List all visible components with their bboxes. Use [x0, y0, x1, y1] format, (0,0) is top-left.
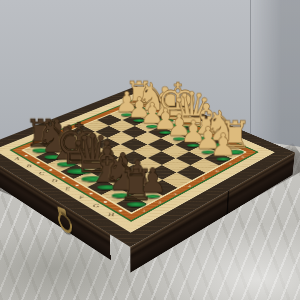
- chess-board: ABCDEFGH ◆◆◆◆◆◆◆◆ 12345678 ♜♞♝♚♛♝♞♜♟♟♟♟♟…: [0, 86, 295, 247]
- black-rook-glyph: ♜: [119, 166, 155, 204]
- white-pawn-glyph: ♟: [210, 131, 237, 159]
- file-label-g: G: [92, 203, 99, 208]
- photo-scene: ABCDEFGH ◆◆◆◆◆◆◆◆ 12345678 ♜♞♝♚♛♝♞♜♟♟♟♟♟…: [0, 0, 300, 300]
